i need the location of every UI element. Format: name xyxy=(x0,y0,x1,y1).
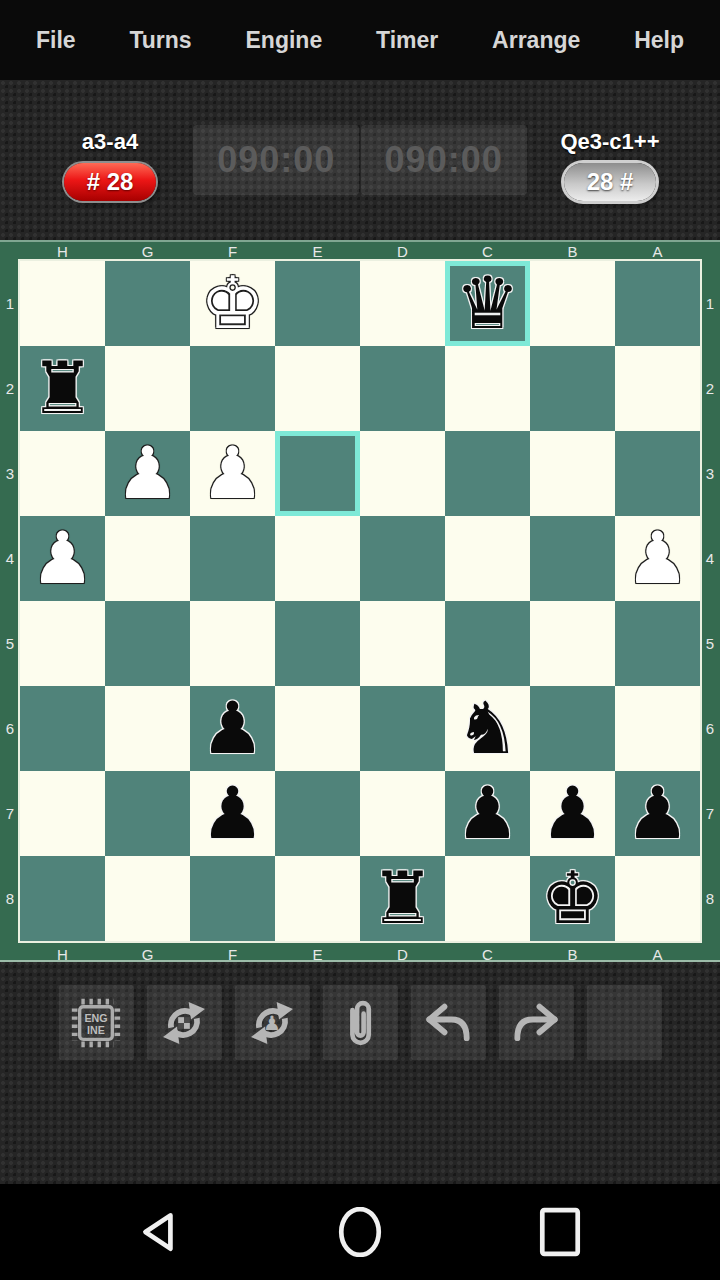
rank-labels-left: 12345678 xyxy=(0,261,20,941)
square-f6[interactable]: ♟ xyxy=(190,686,275,771)
black-king: ♚ xyxy=(540,856,605,941)
square-a6[interactable] xyxy=(615,686,700,771)
black-pawn: ♟ xyxy=(625,771,690,856)
board-grid: ♚♛♜♟♟♟♟♟♞♟♟♟♟♜♚ xyxy=(18,259,702,943)
square-h1[interactable] xyxy=(20,261,105,346)
square-f8[interactable] xyxy=(190,856,275,941)
square-b1[interactable] xyxy=(530,261,615,346)
square-c3[interactable] xyxy=(445,431,530,516)
white-last-move: a3-a4 xyxy=(82,129,138,155)
svg-text:INE: INE xyxy=(87,1023,105,1035)
rank-label-1: 1 xyxy=(0,261,20,346)
square-d4[interactable] xyxy=(360,516,445,601)
file-label-g: G xyxy=(105,945,190,964)
white-king: ♚ xyxy=(200,261,265,346)
home-circle-icon xyxy=(335,1207,385,1257)
rank-label-3: 3 xyxy=(0,431,20,516)
rank-label-8: 8 xyxy=(700,856,720,941)
square-e8[interactable] xyxy=(275,856,360,941)
square-h7[interactable] xyxy=(20,771,105,856)
move-panel: a3-a4 # 28 090:00 090:00 Qe3-c1++ 28 # xyxy=(0,80,720,240)
square-e5[interactable] xyxy=(275,601,360,686)
white-timer: 090:00 xyxy=(193,125,359,195)
black-move-group: Qe3-c1++ 28 # xyxy=(528,129,692,201)
white-pawn: ♟ xyxy=(30,516,95,601)
black-pawn: ♟ xyxy=(540,771,605,856)
file-label-b: B xyxy=(530,945,615,964)
square-b4[interactable] xyxy=(530,516,615,601)
menu-item-help[interactable]: Help xyxy=(634,27,684,54)
square-g4[interactable] xyxy=(105,516,190,601)
redo-arrow-icon xyxy=(508,995,564,1051)
rotate-pieces-button[interactable]: ♟ xyxy=(235,985,310,1060)
rank-labels-right: 12345678 xyxy=(700,261,720,941)
undo-button[interactable] xyxy=(411,985,486,1060)
rank-label-7: 7 xyxy=(700,771,720,856)
file-label-c: C xyxy=(445,945,530,964)
recents-button[interactable] xyxy=(532,1204,588,1260)
black-pawn: ♟ xyxy=(455,771,520,856)
square-g3[interactable]: ♟ xyxy=(105,431,190,516)
square-f4[interactable] xyxy=(190,516,275,601)
rotate-pieces-icon: ♟ xyxy=(244,995,300,1051)
square-h4[interactable]: ♟ xyxy=(20,516,105,601)
square-b2[interactable] xyxy=(530,346,615,431)
black-pawn: ♟ xyxy=(200,771,265,856)
square-f2[interactable] xyxy=(190,346,275,431)
rank-label-6: 6 xyxy=(700,686,720,771)
rank-label-4: 4 xyxy=(0,516,20,601)
square-f3[interactable]: ♟ xyxy=(190,431,275,516)
square-a5[interactable] xyxy=(615,601,700,686)
file-label-h: H xyxy=(20,945,105,964)
square-c2[interactable] xyxy=(445,346,530,431)
black-rook: ♜ xyxy=(30,346,95,431)
square-h6[interactable] xyxy=(20,686,105,771)
square-d3[interactable] xyxy=(360,431,445,516)
square-e7[interactable] xyxy=(275,771,360,856)
rotate-board-button[interactable] xyxy=(147,985,222,1060)
square-b3[interactable] xyxy=(530,431,615,516)
white-pawn: ♟ xyxy=(115,431,180,516)
menu-item-timer[interactable]: Timer xyxy=(376,27,438,54)
square-b7[interactable]: ♟ xyxy=(530,771,615,856)
square-e1[interactable] xyxy=(275,261,360,346)
android-nav-bar xyxy=(0,1184,720,1280)
square-g6[interactable] xyxy=(105,686,190,771)
square-e6[interactable] xyxy=(275,686,360,771)
square-a7[interactable]: ♟ xyxy=(615,771,700,856)
square-b6[interactable] xyxy=(530,686,615,771)
rank-label-5: 5 xyxy=(700,601,720,686)
square-e2[interactable] xyxy=(275,346,360,431)
black-queen: ♛ xyxy=(455,261,520,346)
home-button[interactable] xyxy=(332,1204,388,1260)
rank-label-1: 1 xyxy=(700,261,720,346)
file-label-e: E xyxy=(275,945,360,964)
square-a3[interactable] xyxy=(615,431,700,516)
svg-text:ENG: ENG xyxy=(84,1011,107,1023)
square-h8[interactable] xyxy=(20,856,105,941)
square-h5[interactable] xyxy=(20,601,105,686)
white-pawn: ♟ xyxy=(625,516,690,601)
square-e3[interactable] xyxy=(275,431,360,516)
black-pawn: ♟ xyxy=(200,686,265,771)
square-d7[interactable] xyxy=(360,771,445,856)
blank-button[interactable] xyxy=(587,985,662,1060)
square-b5[interactable] xyxy=(530,601,615,686)
back-button[interactable] xyxy=(132,1204,188,1260)
file-labels-bottom: HGFEDCBA xyxy=(20,945,700,964)
chess-board: HGFEDCBA HGFEDCBA 12345678 12345678 ♚♛♜♟… xyxy=(0,240,720,962)
menu-item-turns[interactable]: Turns xyxy=(129,27,191,54)
menu-bar: FileTurnsEngineTimerArrangeHelp xyxy=(0,0,720,80)
square-f1[interactable]: ♚ xyxy=(190,261,275,346)
rank-label-2: 2 xyxy=(700,346,720,431)
engine-chip-icon: ENG INE xyxy=(69,996,123,1050)
square-h2[interactable]: ♜ xyxy=(20,346,105,431)
square-d5[interactable] xyxy=(360,601,445,686)
menu-item-engine[interactable]: Engine xyxy=(246,27,323,54)
square-d8[interactable]: ♜ xyxy=(360,856,445,941)
engine-button[interactable]: ENG INE xyxy=(59,985,134,1060)
black-timer: 090:00 xyxy=(361,125,527,195)
menu-item-arrange[interactable]: Arrange xyxy=(492,27,580,54)
square-a4[interactable]: ♟ xyxy=(615,516,700,601)
white-pawn: ♟ xyxy=(200,431,265,516)
white-mate-counter-badge: # 28 xyxy=(64,163,156,201)
menu-item-file[interactable]: File xyxy=(36,27,76,54)
background-filler xyxy=(0,1060,720,1184)
square-c5[interactable] xyxy=(445,601,530,686)
attach-button[interactable] xyxy=(323,985,398,1060)
square-c8[interactable] xyxy=(445,856,530,941)
square-g7[interactable] xyxy=(105,771,190,856)
square-g1[interactable] xyxy=(105,261,190,346)
back-triangle-icon xyxy=(135,1207,185,1257)
square-a2[interactable] xyxy=(615,346,700,431)
black-knight: ♞ xyxy=(455,686,520,771)
black-mate-counter-badge: 28 # xyxy=(564,163,656,201)
square-d6[interactable] xyxy=(360,686,445,771)
square-f7[interactable]: ♟ xyxy=(190,771,275,856)
white-move-group: a3-a4 # 28 xyxy=(28,129,192,201)
square-b8[interactable]: ♚ xyxy=(530,856,615,941)
square-d2[interactable] xyxy=(360,346,445,431)
rank-label-2: 2 xyxy=(0,346,20,431)
square-g8[interactable] xyxy=(105,856,190,941)
square-h3[interactable] xyxy=(20,431,105,516)
black-rook: ♜ xyxy=(370,856,435,941)
square-c6[interactable]: ♞ xyxy=(445,686,530,771)
rank-label-3: 3 xyxy=(700,431,720,516)
svg-text:♟: ♟ xyxy=(263,1012,281,1035)
black-last-move: Qe3-c1++ xyxy=(560,129,659,155)
square-g2[interactable] xyxy=(105,346,190,431)
paperclip-icon xyxy=(332,995,388,1051)
redo-button[interactable] xyxy=(499,985,574,1060)
square-c7[interactable]: ♟ xyxy=(445,771,530,856)
rank-label-6: 6 xyxy=(0,686,20,771)
rank-label-4: 4 xyxy=(700,516,720,601)
square-g5[interactable] xyxy=(105,601,190,686)
rank-label-7: 7 xyxy=(0,771,20,856)
file-label-d: D xyxy=(360,945,445,964)
rank-label-8: 8 xyxy=(0,856,20,941)
file-label-f: F xyxy=(190,945,275,964)
square-c4[interactable] xyxy=(445,516,530,601)
square-e4[interactable] xyxy=(275,516,360,601)
rank-label-5: 5 xyxy=(0,601,20,686)
square-f5[interactable] xyxy=(190,601,275,686)
square-a8[interactable] xyxy=(615,856,700,941)
toolbar: ENG INE ♟ xyxy=(0,985,720,1060)
square-a1[interactable] xyxy=(615,261,700,346)
undo-arrow-icon xyxy=(420,995,476,1051)
square-d1[interactable] xyxy=(360,261,445,346)
recents-square-icon xyxy=(535,1207,585,1257)
square-c1[interactable]: ♛ xyxy=(445,261,530,346)
rotate-board-icon xyxy=(156,995,212,1051)
file-label-a: A xyxy=(615,945,700,964)
